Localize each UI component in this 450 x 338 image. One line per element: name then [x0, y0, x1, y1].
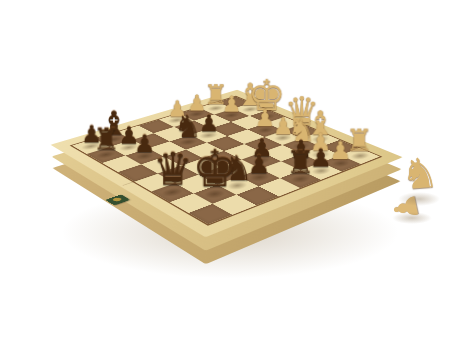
captured-pawn-shadow: [392, 212, 432, 224]
square-a2: ♟: [321, 155, 361, 172]
square-b1: [321, 140, 359, 155]
captured-knight-shadow: [398, 192, 440, 206]
photo-canvas: ♟♝♟♟♜♜♟♟♝♟♞♟♚♟♟♛♛♟♞♝♚♞♟♟♟♜♟♟♜ ♞ ♟: [0, 0, 450, 338]
